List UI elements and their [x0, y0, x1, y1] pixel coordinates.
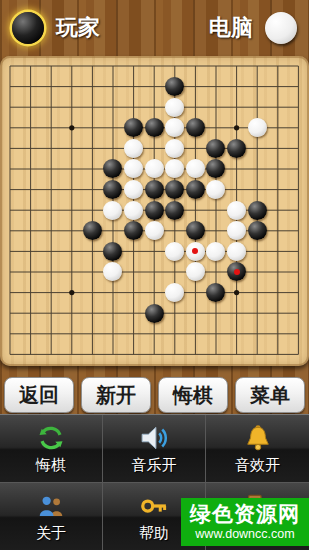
player-label: 玩家	[56, 13, 100, 43]
black-stone	[145, 201, 164, 220]
black-stone	[103, 159, 122, 178]
white-stone	[165, 242, 184, 261]
black-stone	[124, 221, 143, 240]
key-icon	[139, 491, 169, 521]
white-stone	[227, 201, 246, 220]
board-toolbar: 返回 新开 悔棋 菜单	[0, 377, 309, 413]
menu-item-undo[interactable]: 悔棋	[0, 415, 103, 483]
black-stone	[227, 262, 246, 281]
white-stone	[186, 242, 205, 261]
bell-icon	[243, 423, 273, 453]
black-stone	[165, 201, 184, 220]
black-stone	[165, 77, 184, 96]
stone-layer	[0, 56, 309, 365]
black-stone	[248, 201, 267, 220]
watermark-url: www.downcc.com	[190, 527, 300, 542]
black-stone	[227, 139, 246, 158]
black-stone	[165, 180, 184, 199]
black-stone	[145, 180, 164, 199]
speaker-icon	[139, 423, 169, 453]
white-stone	[165, 139, 184, 158]
white-stone	[206, 180, 225, 199]
white-stone	[145, 159, 164, 178]
people-icon	[36, 491, 66, 521]
black-stone	[206, 283, 225, 302]
black-stone	[248, 221, 267, 240]
menu-item-help-label: 帮助	[139, 524, 169, 543]
black-stone	[206, 139, 225, 158]
watermark-site-name: 绿色资源网	[190, 501, 300, 527]
white-stone	[124, 159, 143, 178]
white-stone	[165, 118, 184, 137]
black-stone	[83, 221, 102, 240]
undo-button[interactable]: 悔棋	[158, 377, 228, 413]
menu-item-about-label: 关于	[36, 524, 66, 543]
menu-item-sound-label: 音效开	[235, 456, 280, 475]
white-stone	[186, 262, 205, 281]
gomoku-board[interactable]	[0, 56, 309, 366]
watermark: 绿色资源网 www.downcc.com	[181, 498, 309, 546]
black-stone	[103, 242, 122, 261]
white-stone	[145, 221, 164, 240]
black-stone	[145, 118, 164, 137]
back-button[interactable]: 返回	[4, 377, 74, 413]
black-stone	[145, 304, 164, 323]
last-move-marker	[192, 248, 198, 254]
white-stone	[124, 201, 143, 220]
white-stone	[248, 118, 267, 137]
black-stone	[186, 180, 205, 199]
black-stone	[206, 159, 225, 178]
menu-item-music-on[interactable]: 音乐开	[103, 415, 206, 483]
white-stone	[165, 159, 184, 178]
menu-item-about[interactable]: 关于	[0, 483, 103, 550]
white-stone	[103, 262, 122, 281]
white-stone	[103, 201, 122, 220]
white-stone	[124, 139, 143, 158]
menu-item-music-label: 音乐开	[132, 456, 177, 475]
black-stone	[103, 180, 122, 199]
white-stone	[206, 242, 225, 261]
menu-item-undo-label: 悔棋	[36, 456, 66, 475]
white-stone	[124, 180, 143, 199]
computer-white-stone	[265, 12, 297, 44]
new-game-button[interactable]: 新开	[81, 377, 151, 413]
white-stone	[227, 221, 246, 240]
menu-item-sound-on[interactable]: 音效开	[206, 415, 309, 483]
menu-button[interactable]: 菜单	[235, 377, 305, 413]
black-stone	[186, 118, 205, 137]
white-stone	[165, 283, 184, 302]
last-move-marker	[234, 269, 240, 275]
black-stone	[186, 221, 205, 240]
computer-side: 电脑	[209, 12, 297, 44]
white-stone	[186, 159, 205, 178]
white-stone	[165, 98, 184, 117]
player-side: 玩家	[12, 12, 100, 44]
black-stone	[124, 118, 143, 137]
player-black-stone-turn-indicator	[12, 12, 44, 44]
computer-label: 电脑	[209, 13, 253, 43]
top-status-bar: 玩家 电脑	[0, 0, 309, 55]
undo-recycle-icon	[36, 423, 66, 453]
white-stone	[227, 242, 246, 261]
